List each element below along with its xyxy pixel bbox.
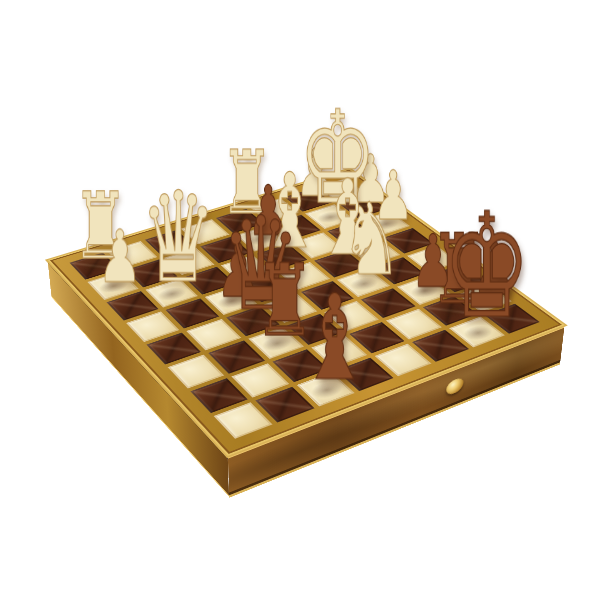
chess-board: ♜♜♟♟♟♚♟♛♝♟♟♝♛♞♜♟♜♟♝♚ <box>47 169 564 456</box>
drawer-knob[interactable] <box>446 376 464 397</box>
chess-photo-stage: ♜♜♟♟♟♚♟♛♝♟♟♝♛♞♜♟♜♟♝♚ <box>0 0 600 600</box>
piece-black-king[interactable]: ♚ <box>442 195 530 340</box>
square-h7[interactable]: ♚ <box>449 316 505 347</box>
piece-black-bishop[interactable]: ♝ <box>299 280 371 398</box>
piece-white-pawn[interactable]: ♟ <box>98 220 142 292</box>
piece-white-queen[interactable]: ♛ <box>140 175 216 300</box>
square-f3[interactable]: ♜ <box>248 327 303 359</box>
chess-box: ♜♜♟♟♟♚♟♛♝♟♟♝♛♞♜♟♜♟♝♚ <box>47 169 564 456</box>
